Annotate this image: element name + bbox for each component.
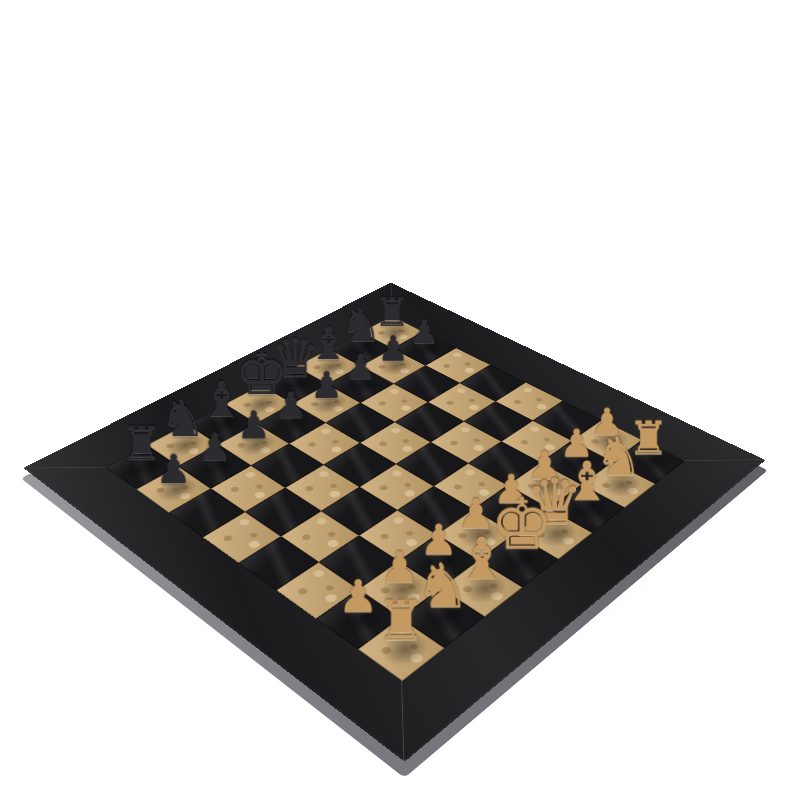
border-miter-seam (684, 460, 766, 461)
chess-board: ♜♞♝♚♛♝♞♜♟♟♟♟♟♟♟♟♟♟♟♟♟♟♟♟♜♞♝♚♛♝♞♜ (23, 283, 765, 762)
pawn-glyph: ♟ (147, 450, 200, 489)
square-f4[interactable] (321, 487, 397, 536)
coral-rook[interactable]: ♜ (371, 593, 432, 649)
board-3d: ♜♞♝♚♛♝♞♜♟♟♟♟♟♟♟♟♟♟♟♟♟♟♟♟♜♞♝♚♛♝♞♜ (23, 283, 765, 762)
rook-glyph: ♜ (371, 593, 432, 649)
border-miter-seam (401, 680, 404, 762)
border-miter-seam (23, 467, 106, 468)
black-pawn[interactable]: ♟ (147, 450, 200, 489)
square-h1[interactable]: ♜ (358, 618, 445, 681)
square-d5[interactable] (360, 422, 431, 464)
